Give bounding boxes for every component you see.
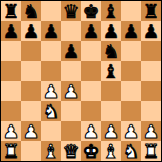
piece-white-rook[interactable]: ♜ [2, 141, 19, 161]
piece-black-knight[interactable]: ♞ [22, 1, 39, 21]
chess-board: ♜♞♛♚♝♜♟♟♟♟♟♟♟♟♞♝♟♟♞♟♟♟♟♟♟♜♝♛♚♝♞♜ [0, 0, 162, 162]
square-b7[interactable]: ♟ [21, 21, 41, 41]
piece-white-pawn[interactable]: ♟ [42, 81, 59, 101]
square-h1[interactable]: ♜ [141, 141, 161, 161]
square-b3[interactable] [21, 101, 41, 121]
piece-white-pawn[interactable]: ♟ [102, 121, 119, 141]
piece-white-pawn[interactable]: ♟ [22, 121, 39, 141]
square-d6[interactable]: ♟ [61, 41, 81, 61]
square-h2[interactable]: ♟ [141, 121, 161, 141]
square-h4[interactable] [141, 81, 161, 101]
square-f2[interactable]: ♟ [101, 121, 121, 141]
square-f3[interactable] [101, 101, 121, 121]
square-c3[interactable]: ♞ [41, 101, 61, 121]
square-b1[interactable] [21, 141, 41, 161]
square-f1[interactable]: ♝ [101, 141, 121, 161]
square-f7[interactable]: ♟ [101, 21, 121, 41]
square-e2[interactable]: ♟ [81, 121, 101, 141]
square-d4[interactable]: ♟ [61, 81, 81, 101]
piece-white-pawn[interactable]: ♟ [142, 121, 159, 141]
square-b8[interactable]: ♞ [21, 1, 41, 21]
piece-white-pawn[interactable]: ♟ [2, 121, 19, 141]
piece-black-bishop[interactable]: ♝ [102, 61, 119, 81]
square-e1[interactable]: ♚ [81, 141, 101, 161]
square-c1[interactable]: ♝ [41, 141, 61, 161]
square-d1[interactable]: ♛ [61, 141, 81, 161]
square-c5[interactable] [41, 61, 61, 81]
square-d2[interactable] [61, 121, 81, 141]
piece-white-pawn[interactable]: ♟ [62, 81, 79, 101]
square-e5[interactable] [81, 61, 101, 81]
square-f8[interactable]: ♝ [101, 1, 121, 21]
square-g3[interactable] [121, 101, 141, 121]
square-h5[interactable] [141, 61, 161, 81]
square-b6[interactable] [21, 41, 41, 61]
square-d3[interactable] [61, 101, 81, 121]
piece-black-pawn[interactable]: ♟ [22, 21, 39, 41]
square-e7[interactable]: ♟ [81, 21, 101, 41]
square-g4[interactable] [121, 81, 141, 101]
piece-black-bishop[interactable]: ♝ [102, 1, 119, 21]
square-c7[interactable]: ♟ [41, 21, 61, 41]
piece-black-pawn[interactable]: ♟ [62, 41, 79, 61]
piece-white-pawn[interactable]: ♟ [122, 121, 139, 141]
piece-white-rook[interactable]: ♜ [142, 141, 159, 161]
square-g1[interactable]: ♞ [121, 141, 141, 161]
square-g6[interactable] [121, 41, 141, 61]
piece-black-pawn[interactable]: ♟ [2, 21, 19, 41]
square-h6[interactable] [141, 41, 161, 61]
square-g7[interactable]: ♟ [121, 21, 141, 41]
square-d5[interactable] [61, 61, 81, 81]
piece-black-pawn[interactable]: ♟ [82, 21, 99, 41]
piece-black-pawn[interactable]: ♟ [102, 21, 119, 41]
square-g2[interactable]: ♟ [121, 121, 141, 141]
square-a4[interactable] [1, 81, 21, 101]
square-e8[interactable]: ♚ [81, 1, 101, 21]
square-a3[interactable] [1, 101, 21, 121]
piece-white-king[interactable]: ♚ [82, 141, 99, 161]
square-c6[interactable] [41, 41, 61, 61]
square-g5[interactable] [121, 61, 141, 81]
square-a8[interactable]: ♜ [1, 1, 21, 21]
square-c4[interactable]: ♟ [41, 81, 61, 101]
piece-white-bishop[interactable]: ♝ [102, 141, 119, 161]
square-c2[interactable] [41, 121, 61, 141]
piece-black-king[interactable]: ♚ [82, 1, 99, 21]
square-g8[interactable] [121, 1, 141, 21]
piece-black-pawn[interactable]: ♟ [42, 21, 59, 41]
square-b5[interactable] [21, 61, 41, 81]
square-h8[interactable]: ♜ [141, 1, 161, 21]
square-b2[interactable]: ♟ [21, 121, 41, 141]
piece-white-queen[interactable]: ♛ [62, 141, 79, 161]
square-a1[interactable]: ♜ [1, 141, 21, 161]
square-d8[interactable]: ♛ [61, 1, 81, 21]
square-e4[interactable] [81, 81, 101, 101]
piece-black-queen[interactable]: ♛ [62, 1, 79, 21]
square-h7[interactable]: ♟ [141, 21, 161, 41]
square-e6[interactable] [81, 41, 101, 61]
piece-black-rook[interactable]: ♜ [2, 1, 19, 21]
square-b4[interactable] [21, 81, 41, 101]
square-a5[interactable] [1, 61, 21, 81]
piece-white-pawn[interactable]: ♟ [82, 121, 99, 141]
piece-white-knight[interactable]: ♞ [122, 141, 139, 161]
square-f5[interactable]: ♝ [101, 61, 121, 81]
piece-white-knight[interactable]: ♞ [42, 101, 59, 121]
piece-black-knight[interactable]: ♞ [102, 41, 119, 61]
square-f4[interactable] [101, 81, 121, 101]
square-h3[interactable] [141, 101, 161, 121]
piece-black-pawn[interactable]: ♟ [142, 21, 159, 41]
piece-black-pawn[interactable]: ♟ [122, 21, 139, 41]
square-f6[interactable]: ♞ [101, 41, 121, 61]
square-a6[interactable] [1, 41, 21, 61]
square-a7[interactable]: ♟ [1, 21, 21, 41]
square-c8[interactable] [41, 1, 61, 21]
piece-white-bishop[interactable]: ♝ [42, 141, 59, 161]
piece-black-rook[interactable]: ♜ [142, 1, 159, 21]
square-e3[interactable] [81, 101, 101, 121]
square-d7[interactable] [61, 21, 81, 41]
square-a2[interactable]: ♟ [1, 121, 21, 141]
